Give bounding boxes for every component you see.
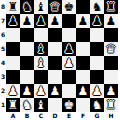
white-pawn-b2[interactable]: ♟ (22, 84, 33, 98)
square-a4[interactable] (6, 56, 20, 70)
black-knight-g8[interactable]: ♞ (92, 0, 103, 14)
square-h8[interactable]: ♜ (104, 0, 118, 14)
square-d8[interactable]: ♛ (48, 0, 62, 14)
white-pawn-f2[interactable]: ♟ (78, 84, 89, 98)
white-pawn-h2[interactable]: ♟ (106, 84, 117, 98)
black-pawn-h7[interactable]: ♟ (106, 14, 117, 28)
black-pawn-f7[interactable]: ♟ (78, 14, 89, 28)
square-d7[interactable]: ♟ (48, 14, 62, 28)
square-h6[interactable] (104, 28, 118, 42)
square-a5[interactable] (6, 42, 20, 56)
square-h5[interactable]: ♛ (104, 42, 118, 56)
square-c5[interactable]: ♝ (34, 42, 48, 56)
square-g6[interactable] (90, 28, 104, 42)
square-e4[interactable]: ♟ (62, 56, 76, 70)
square-d6[interactable] (48, 28, 62, 42)
white-pawn-e4[interactable]: ♟ (64, 56, 75, 70)
white-bishop-c4[interactable]: ♝ (36, 56, 47, 70)
square-h1[interactable]: ♜ (104, 98, 118, 112)
white-pawn-a2[interactable]: ♟ (8, 84, 19, 98)
square-f1[interactable] (76, 98, 90, 112)
square-f8[interactable] (76, 0, 90, 14)
white-king-e1[interactable]: ♚ (64, 98, 75, 112)
white-rook-a1[interactable]: ♜ (8, 98, 19, 112)
file-label-g: G (90, 112, 104, 120)
square-a3[interactable] (6, 70, 20, 84)
square-d3[interactable] (48, 70, 62, 84)
square-e6[interactable] (62, 28, 76, 42)
file-label-c: C (34, 112, 48, 120)
square-f4[interactable] (76, 56, 90, 70)
white-bishop-c1[interactable]: ♝ (36, 98, 47, 112)
black-rook-a8[interactable]: ♜ (8, 0, 19, 14)
white-knight-g1[interactable]: ♞ (92, 98, 103, 112)
square-b3[interactable] (20, 70, 34, 84)
black-king-e8[interactable]: ♚ (64, 0, 75, 14)
white-pawn-g2[interactable]: ♟ (92, 84, 103, 98)
square-d2[interactable]: ♟ (48, 84, 62, 98)
chess-board: 8♜♞♝♛♚♞♜7♟♟♟♟♟♟♟65♝♟♛4♝♟32♟♟♟♟♟♟♟1♜♞♝♚♞♜… (0, 0, 120, 120)
square-a7[interactable]: ♟ (6, 14, 20, 28)
file-label-f: F (76, 112, 90, 120)
square-f6[interactable] (76, 28, 90, 42)
black-queen-d8[interactable]: ♛ (50, 0, 61, 14)
white-queen-h5[interactable]: ♛ (106, 42, 117, 56)
black-pawn-c7[interactable]: ♟ (36, 14, 47, 28)
file-label-h: H (104, 112, 118, 120)
black-bishop-c8[interactable]: ♝ (36, 0, 47, 14)
black-pawn-a7[interactable]: ♟ (8, 14, 19, 28)
square-a8[interactable]: ♜ (6, 0, 20, 14)
square-c3[interactable] (34, 70, 48, 84)
white-knight-b1[interactable]: ♞ (22, 98, 33, 112)
black-pawn-e5[interactable]: ♟ (64, 42, 75, 56)
square-c2[interactable]: ♟ (34, 84, 48, 98)
black-rook-h8[interactable]: ♜ (106, 0, 117, 14)
square-g4[interactable] (90, 56, 104, 70)
square-f5[interactable] (76, 42, 90, 56)
square-f3[interactable] (76, 70, 90, 84)
white-pawn-c2[interactable]: ♟ (36, 84, 47, 98)
square-h4[interactable] (104, 56, 118, 70)
square-h7[interactable]: ♟ (104, 14, 118, 28)
square-d4[interactable] (48, 56, 62, 70)
square-g2[interactable]: ♟ (90, 84, 104, 98)
square-c8[interactable]: ♝ (34, 0, 48, 14)
square-a1[interactable]: ♜ (6, 98, 20, 112)
square-e8[interactable]: ♚ (62, 0, 76, 14)
square-a6[interactable] (6, 28, 20, 42)
square-c4[interactable]: ♝ (34, 56, 48, 70)
black-pawn-g7[interactable]: ♟ (92, 14, 103, 28)
square-b1[interactable]: ♞ (20, 98, 34, 112)
file-label-e: E (62, 112, 76, 120)
square-h3[interactable] (104, 70, 118, 84)
square-e2[interactable] (62, 84, 76, 98)
square-a2[interactable]: ♟ (6, 84, 20, 98)
white-pawn-d2[interactable]: ♟ (50, 84, 61, 98)
white-rook-h1[interactable]: ♜ (106, 98, 117, 112)
black-knight-b8[interactable]: ♞ (22, 0, 33, 14)
square-b2[interactable]: ♟ (20, 84, 34, 98)
square-c6[interactable] (34, 28, 48, 42)
file-label-d: D (48, 112, 62, 120)
square-e3[interactable] (62, 70, 76, 84)
square-c7[interactable]: ♟ (34, 14, 48, 28)
square-b8[interactable]: ♞ (20, 0, 34, 14)
square-d5[interactable] (48, 42, 62, 56)
square-g5[interactable] (90, 42, 104, 56)
square-d1[interactable] (48, 98, 62, 112)
square-e7[interactable] (62, 14, 76, 28)
file-label-a: A (6, 112, 20, 120)
square-e1[interactable]: ♚ (62, 98, 76, 112)
square-g1[interactable]: ♞ (90, 98, 104, 112)
square-e5[interactable]: ♟ (62, 42, 76, 56)
square-b7[interactable]: ♟ (20, 14, 34, 28)
square-h2[interactable]: ♟ (104, 84, 118, 98)
square-g8[interactable]: ♞ (90, 0, 104, 14)
black-bishop-c5[interactable]: ♝ (36, 42, 47, 56)
square-f2[interactable]: ♟ (76, 84, 90, 98)
square-b4[interactable] (20, 56, 34, 70)
black-pawn-d7[interactable]: ♟ (50, 14, 61, 28)
square-b5[interactable] (20, 42, 34, 56)
square-f7[interactable]: ♟ (76, 14, 90, 28)
square-b6[interactable] (20, 28, 34, 42)
square-g7[interactable]: ♟ (90, 14, 104, 28)
file-label-b: B (20, 112, 34, 120)
square-g3[interactable] (90, 70, 104, 84)
square-c1[interactable]: ♝ (34, 98, 48, 112)
black-pawn-b7[interactable]: ♟ (22, 14, 33, 28)
